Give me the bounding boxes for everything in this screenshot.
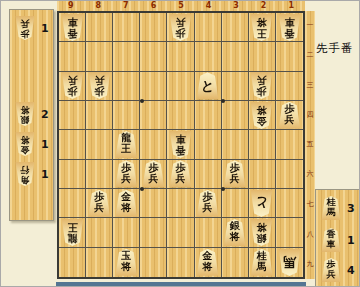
square-9-4[interactable]	[59, 101, 86, 130]
square-1-6[interactable]	[276, 160, 303, 189]
square-2-5[interactable]	[249, 130, 276, 159]
square-6-9[interactable]	[140, 248, 167, 277]
square-6-7[interactable]	[140, 189, 167, 218]
square-9-5[interactable]	[59, 130, 86, 159]
square-3-1[interactable]	[222, 13, 249, 42]
piece-sente-lance[interactable]: 香車	[321, 228, 341, 252]
piece-kanji: 馬	[283, 256, 296, 269]
square-1-7[interactable]	[276, 189, 303, 218]
square-4-7[interactable]: 歩兵	[195, 189, 222, 218]
square-4-8[interactable]	[195, 218, 222, 247]
square-4-4[interactable]	[195, 101, 222, 130]
square-9-3[interactable]: 歩兵	[59, 72, 86, 101]
piece-kanji: 馬	[257, 262, 267, 273]
square-8-8[interactable]	[86, 218, 113, 247]
square-8-1[interactable]	[86, 13, 113, 42]
square-8-7[interactable]: 歩兵	[86, 189, 113, 218]
square-4-3[interactable]: と	[195, 72, 222, 101]
square-6-4[interactable]	[140, 101, 167, 130]
piece-kanji: 兵	[257, 75, 267, 86]
piece-kanji: 歩	[175, 27, 185, 38]
sente-hand-tray: 桂馬3香車1歩兵4	[315, 189, 360, 287]
piece-gote-bishop[interactable]: 角行	[15, 162, 35, 186]
square-7-1[interactable]	[113, 13, 140, 42]
square-1-2[interactable]	[276, 42, 303, 71]
square-7-3[interactable]	[113, 72, 140, 101]
rank-label-8: 八	[305, 219, 315, 249]
square-3-4[interactable]	[222, 101, 249, 130]
square-4-6[interactable]	[195, 160, 222, 189]
piece-kanji: 龍	[67, 232, 77, 243]
piece-kanji: 兵	[203, 203, 213, 214]
piece-gote-lance[interactable]: 香車	[278, 14, 301, 41]
piece-sente-pawn[interactable]: 歩兵	[115, 160, 138, 187]
square-6-2[interactable]	[140, 42, 167, 71]
piece-kanji: 金	[257, 115, 267, 126]
piece-kanji: 将	[257, 16, 267, 27]
square-1-4[interactable]: 歩兵	[276, 101, 303, 130]
rank-label-1: 一	[305, 11, 315, 41]
rank-label-9: 九	[305, 249, 315, 279]
piece-kanji: 兵	[94, 75, 104, 86]
piece-gote-king[interactable]: 王将	[250, 14, 273, 41]
piece-kanji: 将	[121, 203, 131, 214]
piece-gote-dragon[interactable]: 龍王	[61, 219, 84, 246]
piece-gote-pawn[interactable]: 歩兵	[88, 72, 111, 99]
piece-gote-silver[interactable]: 銀将	[15, 102, 35, 126]
piece-kanji: と	[255, 197, 268, 210]
gote-hand-silver-count: 2	[41, 108, 49, 121]
square-9-8[interactable]: 龍王	[59, 218, 86, 247]
square-3-9[interactable]	[222, 248, 249, 277]
piece-sente-pawn[interactable]: 歩兵	[278, 102, 301, 129]
piece-sente-pawn[interactable]: 歩兵	[142, 160, 165, 187]
square-4-5[interactable]	[195, 130, 222, 159]
sente-hand-lance: 香車1	[321, 228, 355, 254]
rank-labels: 一二三四五六七八九	[305, 11, 315, 279]
square-3-3[interactable]	[222, 72, 249, 101]
file-label-9: 9	[57, 1, 85, 11]
square-8-9[interactable]	[86, 248, 113, 277]
square-7-5[interactable]: 龍王	[113, 130, 140, 159]
piece-kanji: 兵	[284, 115, 294, 126]
piece-gote-lance[interactable]: 香車	[61, 14, 84, 41]
sente-hand-lance-count: 1	[347, 234, 355, 247]
piece-sente-tokin[interactable]: と	[196, 72, 219, 99]
piece-gote-silver[interactable]: 銀将	[250, 219, 273, 246]
rank-label-6: 六	[305, 160, 315, 190]
square-2-2[interactable]	[249, 42, 276, 71]
file-label-7: 7	[112, 1, 140, 11]
file-label-8: 8	[85, 1, 113, 11]
square-6-6[interactable]: 歩兵	[140, 160, 167, 189]
piece-gote-horse[interactable]: 馬	[278, 249, 301, 276]
piece-kanji: 将	[230, 232, 240, 243]
square-5-6[interactable]: 歩兵	[167, 160, 194, 189]
sente-hand-pawn: 歩兵4	[321, 258, 355, 284]
piece-kanji: 銀	[257, 232, 267, 243]
rank-label-2: 二	[305, 41, 315, 71]
square-4-9[interactable]: 金将	[195, 248, 222, 277]
piece-kanji: 歩	[67, 86, 77, 97]
file-label-2: 2	[250, 1, 278, 11]
square-7-2[interactable]	[113, 42, 140, 71]
sente-hand-knight-count: 3	[347, 202, 355, 215]
square-2-4[interactable]: 金将	[249, 101, 276, 130]
piece-kanji: 兵	[67, 75, 77, 86]
square-3-2[interactable]	[222, 42, 249, 71]
square-7-8[interactable]	[113, 218, 140, 247]
piece-gote-lance[interactable]: 香車	[169, 131, 192, 158]
piece-kanji: 兵	[327, 270, 336, 280]
piece-gote-pawn[interactable]: 歩兵	[61, 72, 84, 99]
rank-label-5: 五	[305, 130, 315, 160]
square-5-9[interactable]	[167, 248, 194, 277]
piece-kanji: 将	[257, 221, 267, 232]
piece-kanji: 行	[21, 164, 30, 174]
rank-label-7: 七	[305, 190, 315, 220]
square-9-9[interactable]	[59, 248, 86, 277]
piece-kanji: 将	[21, 104, 30, 114]
gote-hand-pawn-count: 1	[41, 22, 49, 35]
piece-kanji: 将	[257, 104, 267, 115]
square-9-2[interactable]	[59, 42, 86, 71]
piece-gote-pawn[interactable]: 歩兵	[250, 72, 273, 99]
piece-kanji: 香	[284, 27, 294, 38]
gote-hand-gold-count: 1	[41, 138, 49, 151]
piece-kanji: 王	[121, 144, 131, 155]
piece-kanji: 兵	[175, 16, 185, 27]
piece-kanji: 車	[284, 16, 294, 27]
piece-kanji: 兵	[121, 174, 131, 185]
piece-sente-knight[interactable]: 桂馬	[321, 196, 341, 220]
square-3-5[interactable]	[222, 130, 249, 159]
hoshi-point	[140, 187, 144, 191]
piece-kanji: 兵	[230, 174, 240, 185]
gote-hand-silver: 銀将2	[15, 102, 49, 128]
piece-kanji: 香	[175, 144, 185, 155]
square-2-9[interactable]: 桂馬	[249, 248, 276, 277]
piece-kanji: 馬	[327, 208, 336, 218]
turn-indicator: 先手番	[316, 41, 354, 56]
square-1-5[interactable]	[276, 130, 303, 159]
piece-sente-pawn[interactable]: 歩兵	[196, 190, 219, 217]
rank-label-4: 四	[305, 100, 315, 130]
piece-kanji: 車	[67, 16, 77, 27]
piece-kanji: 兵	[148, 174, 158, 185]
file-label-6: 6	[140, 1, 168, 11]
piece-sente-pawn[interactable]: 歩兵	[223, 160, 246, 187]
piece-sente-king[interactable]: 玉将	[115, 249, 138, 276]
square-2-8[interactable]: 銀将	[249, 218, 276, 247]
file-label-3: 3	[222, 1, 250, 11]
square-2-7[interactable]: と	[249, 189, 276, 218]
piece-sente-gold[interactable]: 金将	[115, 190, 138, 217]
piece-kanji: 将	[21, 134, 30, 144]
piece-sente-pawn[interactable]: 歩兵	[321, 258, 341, 282]
sente-hand-knight: 桂馬3	[321, 196, 355, 222]
square-8-6[interactable]	[86, 160, 113, 189]
square-4-2[interactable]	[195, 42, 222, 71]
square-5-5[interactable]: 香車	[167, 130, 194, 159]
piece-kanji: 兵	[21, 18, 30, 28]
piece-gote-gold[interactable]: 金将	[15, 132, 35, 156]
piece-sente-gold[interactable]: 金将	[196, 249, 219, 276]
square-9-1[interactable]: 香車	[59, 13, 86, 42]
square-9-7[interactable]	[59, 189, 86, 218]
square-5-8[interactable]	[167, 218, 194, 247]
piece-kanji: 香	[67, 27, 77, 38]
square-6-1[interactable]	[140, 13, 167, 42]
square-1-3[interactable]	[276, 72, 303, 101]
square-6-5[interactable]	[140, 130, 167, 159]
piece-kanji: 角	[21, 174, 30, 184]
file-labels: 987654321	[57, 1, 305, 11]
square-2-3[interactable]: 歩兵	[249, 72, 276, 101]
piece-kanji: 歩	[21, 28, 30, 38]
square-8-5[interactable]	[86, 130, 113, 159]
square-5-2[interactable]	[167, 42, 194, 71]
gote-hand-gold: 金将1	[15, 132, 49, 158]
square-7-7[interactable]: 金将	[113, 189, 140, 218]
square-8-3[interactable]: 歩兵	[86, 72, 113, 101]
piece-kanji: 銀	[21, 114, 30, 124]
hoshi-point	[140, 99, 144, 103]
hoshi-point	[221, 99, 225, 103]
square-4-1[interactable]	[195, 13, 222, 42]
hoshi-point	[221, 187, 225, 191]
piece-kanji: 将	[121, 262, 131, 273]
piece-kanji: 兵	[175, 174, 185, 185]
piece-gote-pawn[interactable]: 歩兵	[169, 14, 192, 41]
piece-sente-pawn[interactable]: 歩兵	[88, 190, 111, 217]
piece-kanji: 車	[327, 240, 336, 250]
piece-kanji: 歩	[94, 86, 104, 97]
square-2-1[interactable]: 王将	[249, 13, 276, 42]
square-5-4[interactable]	[167, 101, 194, 130]
piece-kanji: 歩	[257, 86, 267, 97]
file-label-1: 1	[277, 1, 305, 11]
square-1-9[interactable]: 馬	[276, 248, 303, 277]
square-7-9[interactable]: 玉将	[113, 248, 140, 277]
square-5-7[interactable]	[167, 189, 194, 218]
file-label-5: 5	[167, 1, 195, 11]
shogi-board: 香車歩兵王将香車歩兵歩兵と歩兵金将歩兵龍王香車歩兵歩兵歩兵歩兵歩兵金将歩兵と龍王…	[57, 11, 305, 279]
square-6-3[interactable]	[140, 72, 167, 101]
piece-kanji: 王	[67, 221, 77, 232]
piece-sente-pawn[interactable]: 歩兵	[169, 160, 192, 187]
square-7-4[interactable]	[113, 101, 140, 130]
shogi-diagram: 歩兵1銀将2金将1角行1 987654321 香車歩兵王将香車歩兵歩兵と歩兵金将…	[0, 0, 360, 287]
piece-gote-gold[interactable]: 金将	[250, 102, 273, 129]
piece-kanji: 兵	[94, 203, 104, 214]
square-8-4[interactable]	[86, 101, 113, 130]
square-5-1[interactable]: 歩兵	[167, 13, 194, 42]
sente-hand-pawn-count: 4	[347, 264, 355, 277]
piece-kanji: 王	[257, 27, 267, 38]
gote-hand-bishop: 角行1	[15, 162, 49, 188]
piece-kanji: と	[201, 79, 214, 92]
piece-gote-pawn[interactable]: 歩兵	[15, 16, 35, 40]
gote-hand-pawn: 歩兵1	[15, 16, 49, 42]
square-5-3[interactable]	[167, 72, 194, 101]
square-9-6[interactable]	[59, 160, 86, 189]
piece-sente-dragon[interactable]: 龍王	[115, 131, 138, 158]
rank-label-3: 三	[305, 71, 315, 101]
square-2-6[interactable]	[249, 160, 276, 189]
square-8-2[interactable]	[86, 42, 113, 71]
piece-kanji: 将	[203, 262, 213, 273]
square-1-1[interactable]: 香車	[276, 13, 303, 42]
gote-hand-tray: 歩兵1銀将2金将1角行1	[9, 9, 54, 221]
square-1-8[interactable]	[276, 218, 303, 247]
square-7-6[interactable]: 歩兵	[113, 160, 140, 189]
square-3-8[interactable]: 銀将	[222, 218, 249, 247]
piece-sente-knight[interactable]: 桂馬	[250, 249, 273, 276]
square-3-6[interactable]: 歩兵	[222, 160, 249, 189]
square-3-7[interactable]	[222, 189, 249, 218]
piece-gote-tokin[interactable]: と	[250, 190, 273, 217]
piece-kanji: 金	[21, 144, 30, 154]
file-label-4: 4	[195, 1, 223, 11]
piece-sente-silver[interactable]: 銀将	[223, 219, 246, 246]
piece-kanji: 車	[175, 133, 185, 144]
square-6-8[interactable]	[140, 218, 167, 247]
gote-hand-bishop-count: 1	[41, 168, 49, 181]
board-bottom-edge	[56, 282, 306, 287]
